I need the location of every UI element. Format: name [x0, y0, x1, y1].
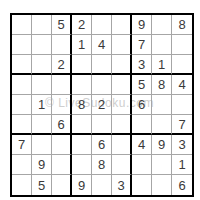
cell-r7c3[interactable] — [52, 135, 72, 155]
cell-r6c7[interactable] — [132, 115, 152, 135]
cell-r1c9[interactable]: 8 — [172, 15, 192, 35]
cell-r3c8[interactable]: 1 — [152, 55, 172, 75]
cell-r6c4[interactable] — [72, 115, 92, 135]
cell-r9c3[interactable] — [52, 175, 72, 195]
cell-r6c3[interactable]: 6 — [52, 115, 72, 135]
cell-r3c9[interactable] — [172, 55, 192, 75]
cell-r2c7[interactable]: 7 — [132, 35, 152, 55]
cell-r6c9[interactable]: 7 — [172, 115, 192, 135]
cell-r1c3[interactable]: 5 — [52, 15, 72, 35]
cell-r3c2[interactable] — [32, 55, 52, 75]
cell-r9c5[interactable] — [92, 175, 112, 195]
cell-r3c3[interactable]: 2 — [52, 55, 72, 75]
cell-r8c1[interactable] — [12, 155, 32, 175]
cell-r9c7[interactable] — [132, 175, 152, 195]
cell-r4c2[interactable] — [32, 75, 52, 95]
cell-r6c6[interactable] — [112, 115, 132, 135]
cell-r4c1[interactable] — [12, 75, 32, 95]
cell-r7c9[interactable]: 3 — [172, 135, 192, 155]
cell-r8c4[interactable] — [72, 155, 92, 175]
sudoku-page: © LiveSudoku.com 52981472315841826677649… — [0, 0, 200, 200]
cell-r8c7[interactable] — [132, 155, 152, 175]
cell-r7c2[interactable] — [32, 135, 52, 155]
cell-r3c1[interactable] — [12, 55, 32, 75]
cell-r6c2[interactable] — [32, 115, 52, 135]
cell-r4c9[interactable]: 4 — [172, 75, 192, 95]
cell-r9c8[interactable] — [152, 175, 172, 195]
cell-r3c7[interactable]: 3 — [132, 55, 152, 75]
cell-r7c7[interactable]: 4 — [132, 135, 152, 155]
cell-r4c4[interactable] — [72, 75, 92, 95]
cell-r1c6[interactable] — [112, 15, 132, 35]
cell-r1c2[interactable] — [32, 15, 52, 35]
cell-r1c4[interactable]: 2 — [72, 15, 92, 35]
cell-r2c6[interactable] — [112, 35, 132, 55]
cell-r9c4[interactable]: 9 — [72, 175, 92, 195]
cell-r7c5[interactable]: 6 — [92, 135, 112, 155]
cell-r7c1[interactable]: 7 — [12, 135, 32, 155]
sudoku-board: 5298147231584182667764939815936 — [10, 13, 194, 197]
cell-r2c5[interactable]: 4 — [92, 35, 112, 55]
cell-r1c1[interactable] — [12, 15, 32, 35]
cell-r1c7[interactable]: 9 — [132, 15, 152, 35]
cell-r5c9[interactable] — [172, 95, 192, 115]
cell-r7c4[interactable] — [72, 135, 92, 155]
cell-r9c1[interactable] — [12, 175, 32, 195]
cell-r4c8[interactable]: 8 — [152, 75, 172, 95]
cell-r8c9[interactable]: 1 — [172, 155, 192, 175]
cell-r2c3[interactable] — [52, 35, 72, 55]
cell-r2c8[interactable] — [152, 35, 172, 55]
cell-r6c8[interactable] — [152, 115, 172, 135]
cell-r8c3[interactable] — [52, 155, 72, 175]
cell-r2c4[interactable]: 1 — [72, 35, 92, 55]
cell-r2c1[interactable] — [12, 35, 32, 55]
cell-r4c3[interactable] — [52, 75, 72, 95]
cell-r8c5[interactable]: 8 — [92, 155, 112, 175]
cell-r2c9[interactable] — [172, 35, 192, 55]
cell-r4c5[interactable] — [92, 75, 112, 95]
cell-r8c6[interactable] — [112, 155, 132, 175]
cell-r7c6[interactable] — [112, 135, 132, 155]
cell-r4c7[interactable]: 5 — [132, 75, 152, 95]
cell-r3c5[interactable] — [92, 55, 112, 75]
cell-r9c6[interactable]: 3 — [112, 175, 132, 195]
cell-r3c4[interactable] — [72, 55, 92, 75]
cell-r5c2[interactable]: 1 — [32, 95, 52, 115]
cell-r5c1[interactable] — [12, 95, 32, 115]
cell-r3c6[interactable] — [112, 55, 132, 75]
cell-r6c5[interactable] — [92, 115, 112, 135]
cell-r5c3[interactable] — [52, 95, 72, 115]
cell-r2c2[interactable] — [32, 35, 52, 55]
cell-r5c8[interactable] — [152, 95, 172, 115]
cell-r9c9[interactable]: 6 — [172, 175, 192, 195]
cell-r5c7[interactable]: 6 — [132, 95, 152, 115]
cell-r4c6[interactable] — [112, 75, 132, 95]
cell-r8c8[interactable] — [152, 155, 172, 175]
cell-r1c5[interactable] — [92, 15, 112, 35]
cell-r6c1[interactable] — [12, 115, 32, 135]
cell-r8c2[interactable]: 9 — [32, 155, 52, 175]
cell-r5c6[interactable] — [112, 95, 132, 115]
cell-r9c2[interactable]: 5 — [32, 175, 52, 195]
cell-r7c8[interactable]: 9 — [152, 135, 172, 155]
cell-r5c5[interactable]: 2 — [92, 95, 112, 115]
cell-r5c4[interactable]: 8 — [72, 95, 92, 115]
cell-r1c8[interactable] — [152, 15, 172, 35]
